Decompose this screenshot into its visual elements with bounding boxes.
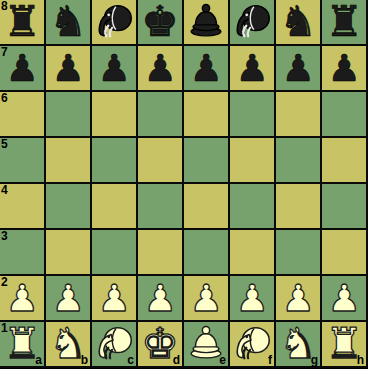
square-d6[interactable] bbox=[138, 92, 184, 138]
chess-board: 8♜♞ ♚ ♞♜7♟♟♟♟♟♟♟♟65432♟♟♟♟♟♟♟♟1a♜b♞c d♚e… bbox=[0, 0, 368, 369]
piece-black-elephant[interactable] bbox=[92, 0, 136, 44]
file-label-c: c bbox=[127, 353, 134, 367]
piece-white-pawn[interactable]: ♟ bbox=[138, 276, 182, 320]
square-h6[interactable] bbox=[322, 92, 368, 138]
piece-black-elephant[interactable] bbox=[230, 0, 274, 44]
square-h7[interactable]: ♟ bbox=[322, 46, 368, 92]
square-c8[interactable] bbox=[92, 0, 138, 46]
piece-white-pawn[interactable]: ♟ bbox=[230, 276, 274, 320]
square-e4[interactable] bbox=[184, 184, 230, 230]
square-e3[interactable] bbox=[184, 230, 230, 276]
file-label-a: a bbox=[35, 353, 42, 367]
file-label-f: f bbox=[268, 353, 272, 367]
elephant-icon bbox=[230, 0, 274, 44]
square-e6[interactable] bbox=[184, 92, 230, 138]
square-h3[interactable] bbox=[322, 230, 368, 276]
square-f4[interactable] bbox=[230, 184, 276, 230]
piece-black-rook[interactable]: ♜ bbox=[322, 0, 366, 44]
file-label-h: h bbox=[357, 353, 364, 367]
square-f2[interactable]: ♟ bbox=[230, 276, 276, 322]
square-c3[interactable] bbox=[92, 230, 138, 276]
square-g4[interactable] bbox=[276, 184, 322, 230]
piece-black-ferz[interactable] bbox=[184, 0, 228, 44]
rank-label-4: 4 bbox=[1, 183, 8, 197]
square-d2[interactable]: ♟ bbox=[138, 276, 184, 322]
file-label-d: d bbox=[173, 353, 180, 367]
piece-white-pawn[interactable]: ♟ bbox=[184, 276, 228, 320]
piece-black-pawn[interactable]: ♟ bbox=[92, 46, 136, 90]
piece-black-pawn[interactable]: ♟ bbox=[46, 46, 90, 90]
piece-black-knight[interactable]: ♞ bbox=[276, 0, 320, 44]
square-f1[interactable]: f bbox=[230, 322, 276, 368]
ferz-icon bbox=[184, 0, 228, 44]
square-h5[interactable] bbox=[322, 138, 368, 184]
piece-black-pawn[interactable]: ♟ bbox=[138, 46, 182, 90]
square-c6[interactable] bbox=[92, 92, 138, 138]
square-d7[interactable]: ♟ bbox=[138, 46, 184, 92]
rank-label-3: 3 bbox=[1, 229, 8, 243]
piece-black-pawn[interactable]: ♟ bbox=[322, 46, 366, 90]
square-g1[interactable]: g♞ bbox=[276, 322, 322, 368]
square-c2[interactable]: ♟ bbox=[92, 276, 138, 322]
square-d8[interactable]: ♚ bbox=[138, 0, 184, 46]
square-d4[interactable] bbox=[138, 184, 184, 230]
file-label-g: g bbox=[311, 353, 318, 367]
piece-white-pawn[interactable]: ♟ bbox=[276, 276, 320, 320]
rank-label-6: 6 bbox=[1, 91, 8, 105]
square-b6[interactable] bbox=[46, 92, 92, 138]
rank-label-2: 2 bbox=[1, 275, 8, 289]
square-c5[interactable] bbox=[92, 138, 138, 184]
square-b3[interactable] bbox=[46, 230, 92, 276]
square-h1[interactable]: h♜ bbox=[322, 322, 368, 368]
square-b2[interactable]: ♟ bbox=[46, 276, 92, 322]
rank-label-5: 5 bbox=[1, 137, 8, 151]
square-e1[interactable]: e bbox=[184, 322, 230, 368]
square-g5[interactable] bbox=[276, 138, 322, 184]
square-b1[interactable]: b♞ bbox=[46, 322, 92, 368]
file-label-e: e bbox=[219, 353, 226, 367]
square-g6[interactable] bbox=[276, 92, 322, 138]
square-b8[interactable]: ♞ bbox=[46, 0, 92, 46]
square-f3[interactable] bbox=[230, 230, 276, 276]
square-b7[interactable]: ♟ bbox=[46, 46, 92, 92]
piece-white-pawn[interactable]: ♟ bbox=[92, 276, 136, 320]
rank-label-7: 7 bbox=[1, 45, 8, 59]
piece-white-pawn[interactable]: ♟ bbox=[322, 276, 366, 320]
square-h2[interactable]: ♟ bbox=[322, 276, 368, 322]
square-f7[interactable]: ♟ bbox=[230, 46, 276, 92]
square-f8[interactable] bbox=[230, 0, 276, 46]
square-d1[interactable]: d♚ bbox=[138, 322, 184, 368]
piece-black-king[interactable]: ♚ bbox=[138, 0, 182, 44]
square-f5[interactable] bbox=[230, 138, 276, 184]
square-d3[interactable] bbox=[138, 230, 184, 276]
piece-black-pawn[interactable]: ♟ bbox=[184, 46, 228, 90]
square-a3[interactable]: 3 bbox=[0, 230, 46, 276]
square-a5[interactable]: 5 bbox=[0, 138, 46, 184]
piece-black-knight[interactable]: ♞ bbox=[46, 0, 90, 44]
square-c7[interactable]: ♟ bbox=[92, 46, 138, 92]
square-a6[interactable]: 6 bbox=[0, 92, 46, 138]
square-a1[interactable]: 1a♜ bbox=[0, 322, 46, 368]
square-c1[interactable]: c bbox=[92, 322, 138, 368]
square-c4[interactable] bbox=[92, 184, 138, 230]
square-f6[interactable] bbox=[230, 92, 276, 138]
square-b4[interactable] bbox=[46, 184, 92, 230]
square-a7[interactable]: 7♟ bbox=[0, 46, 46, 92]
rank-label-1: 1 bbox=[1, 321, 8, 335]
square-g7[interactable]: ♟ bbox=[276, 46, 322, 92]
square-a2[interactable]: 2♟ bbox=[0, 276, 46, 322]
square-g2[interactable]: ♟ bbox=[276, 276, 322, 322]
square-h8[interactable]: ♜ bbox=[322, 0, 368, 46]
square-a4[interactable]: 4 bbox=[0, 184, 46, 230]
piece-black-pawn[interactable]: ♟ bbox=[276, 46, 320, 90]
square-g3[interactable] bbox=[276, 230, 322, 276]
square-e5[interactable] bbox=[184, 138, 230, 184]
square-e2[interactable]: ♟ bbox=[184, 276, 230, 322]
rank-label-8: 8 bbox=[1, 0, 8, 13]
elephant-icon bbox=[92, 0, 136, 44]
square-h4[interactable] bbox=[322, 184, 368, 230]
square-e7[interactable]: ♟ bbox=[184, 46, 230, 92]
square-d5[interactable] bbox=[138, 138, 184, 184]
square-a8[interactable]: 8♜ bbox=[0, 0, 46, 46]
piece-black-pawn[interactable]: ♟ bbox=[230, 46, 274, 90]
square-e8[interactable] bbox=[184, 0, 230, 46]
square-g8[interactable]: ♞ bbox=[276, 0, 322, 46]
file-label-b: b bbox=[81, 353, 88, 367]
square-b5[interactable] bbox=[46, 138, 92, 184]
piece-white-pawn[interactable]: ♟ bbox=[46, 276, 90, 320]
